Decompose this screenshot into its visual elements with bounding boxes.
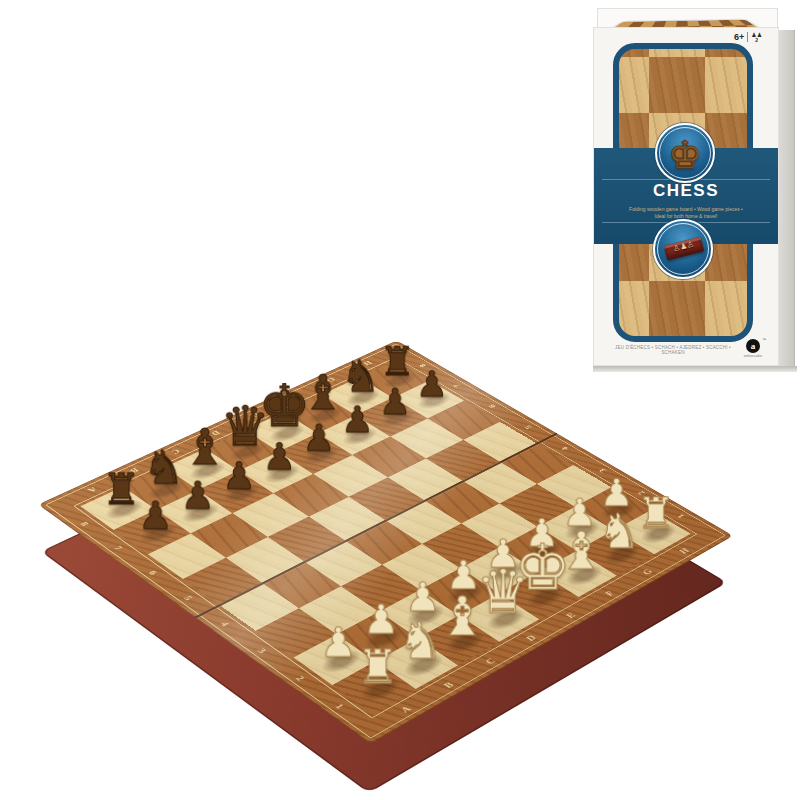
coord-file-top-a: A <box>83 484 103 495</box>
coord-rank-left-2: 2 <box>290 671 312 684</box>
square-f5 <box>388 458 463 500</box>
pieces-box-icon: ♙♟♙ <box>664 237 705 261</box>
piece-glyph: ♜ <box>637 493 676 534</box>
piece-glyph: ♟ <box>138 498 172 535</box>
square-g4 <box>462 462 537 504</box>
king-icon: ♚ <box>657 131 713 179</box>
subtitle-line1: Folding wooden game board • Wood game pi… <box>629 206 743 212</box>
square-f6 <box>352 437 426 478</box>
languages-line: JEU D'ÉCHECS • SCHACH • AJEDREZ • SCACCH… <box>608 345 738 355</box>
piece-shadow <box>377 369 422 392</box>
box-bottom-shadow <box>593 366 797 372</box>
square-f7: ♟ <box>318 415 391 455</box>
square-e7: ♟ <box>279 433 353 474</box>
coord-rank-left-3: 3 <box>252 644 273 657</box>
coord-file-top-f: F <box>284 393 302 403</box>
piece-glyph: ♟ <box>363 601 399 639</box>
piece-shadow <box>298 442 346 467</box>
square-g6 <box>390 418 463 458</box>
piece-glyph: ♟ <box>379 385 411 419</box>
coord-rank-right-5: 5 <box>518 422 537 432</box>
piece-glyph: ♝ <box>438 591 487 643</box>
square-d7: ♟ <box>239 452 313 494</box>
coord-rank-left-1: 1 <box>329 699 351 713</box>
piece-glyph: ♟ <box>181 478 215 514</box>
coord-file-top-d: D <box>207 428 226 438</box>
square-g5 <box>426 440 500 481</box>
piece-glyph: ♟ <box>320 623 357 662</box>
chess-board: ♜♞♝♛♚♝♞♜♟♟♟♟♟♟♟♟♟♟♟♟♟♟♟♟♜♞♝♛♚♝♞♜ 88AA77B… <box>38 340 733 743</box>
piece-glyph: ♛ <box>221 400 270 452</box>
piece-glyph: ♚ <box>259 379 311 434</box>
king-medallion: ♚ <box>655 123 715 183</box>
coord-rank-left-5: 5 <box>178 592 199 604</box>
coord-file-bottom-c: C <box>479 654 500 667</box>
piece-glyph: ♟ <box>222 458 256 494</box>
trademark-symbol: ™ <box>762 337 766 342</box>
square-g7: ♟ <box>356 398 428 437</box>
piece-glyph: ♞ <box>398 618 443 666</box>
coord-file-bottom-f: F <box>599 587 620 599</box>
coord-rank-right-7: 7 <box>448 381 466 391</box>
product-title: CHESS <box>594 181 778 201</box>
piece-glyph: ♟ <box>263 439 296 474</box>
coord-rank-right-4: 4 <box>555 444 574 454</box>
piece-glyph: ♜ <box>102 470 141 511</box>
coord-file-top-c: C <box>166 446 185 457</box>
piece-glyph: ♟ <box>341 403 374 437</box>
square-e6 <box>313 455 387 497</box>
product-photo: ♜♞♝♛♚♝♞♜♟♟♟♟♟♟♟♟♟♟♟♟♟♟♟♟♜♞♝♛♚♝♞♜ 88AA77B… <box>0 0 800 800</box>
board-grid: ♜♞♝♛♚♝♞♜♟♟♟♟♟♟♟♟♟♟♟♟♟♟♟♟♜♞♝♛♚♝♞♜ <box>80 360 690 713</box>
coord-file-bottom-d: D <box>520 631 541 644</box>
coord-rank-left-7: 7 <box>109 542 129 554</box>
coord-file-bottom-a: A <box>395 702 417 716</box>
piece-shadow <box>264 421 311 446</box>
piece-glyph: ♜ <box>357 645 399 690</box>
piece-shadow <box>258 461 307 487</box>
piece-glyph: ♟ <box>303 421 336 456</box>
piece-shadow <box>224 439 272 464</box>
pieces-box-glyphs: ♙♟♙ <box>664 238 703 257</box>
players-badge: ♟♟ 2 <box>751 32 762 43</box>
coord-rank-left-6: 6 <box>143 567 163 579</box>
piece-glyph: ♟ <box>416 368 448 402</box>
coord-rank-right-8: 8 <box>413 361 431 370</box>
piece-shadow <box>217 480 266 507</box>
age-players-badge: 6+ ♟♟ 2 <box>734 30 762 44</box>
brand-name: ambassador <box>740 354 766 358</box>
coord-file-top-h: H <box>359 359 377 368</box>
piece-shadow <box>336 424 383 449</box>
square-d6 <box>273 474 348 517</box>
coord-file-top-g: G <box>322 375 340 385</box>
product-box: 6+ ♟♟ 2 CHESS Folding wooden game board … <box>585 5 800 375</box>
piece-shadow <box>374 406 421 430</box>
square-e5 <box>349 477 424 520</box>
brand-logo: a <box>746 339 760 353</box>
box-top-face <box>597 8 778 28</box>
coord-file-bottom-h: H <box>674 545 694 557</box>
box-front-face: 6+ ♟♟ 2 CHESS Folding wooden game board … <box>593 27 779 366</box>
box-right-side <box>779 30 795 367</box>
coord-rank-right-3: 3 <box>593 465 612 476</box>
square-e4 <box>385 500 461 544</box>
coord-file-bottom-b: B <box>438 678 460 691</box>
coord-rank-left-8: 8 <box>75 518 95 529</box>
players-count: 2 <box>755 38 758 43</box>
coord-rank-right-6: 6 <box>483 401 502 411</box>
pieces-box-medallion: ♙♟♙ <box>653 219 713 279</box>
coord-file-bottom-g: G <box>637 566 657 578</box>
age-rating: 6+ <box>734 32 744 42</box>
square-f4 <box>424 481 499 524</box>
piece-shadow <box>412 389 458 413</box>
coord-rank-left-4: 4 <box>215 618 236 631</box>
piece-glyph: ♝ <box>302 370 345 416</box>
piece-glyph: ♜ <box>380 343 416 381</box>
coord-file-top-e: E <box>246 410 265 420</box>
piece-shadow <box>340 386 386 410</box>
subtitle-line2: Ideal for both home & travel! <box>655 213 718 219</box>
badge-divider <box>747 32 748 42</box>
product-subtitle: Folding wooden game board • Wood game pi… <box>598 206 774 219</box>
coord-file-top-b: B <box>125 465 144 476</box>
piece-shadow <box>302 403 349 427</box>
board-coordinates: 88AA77BB66CC55DD44EE33FF22GG11HH <box>38 340 397 504</box>
coord-file-bottom-e: E <box>560 609 581 622</box>
